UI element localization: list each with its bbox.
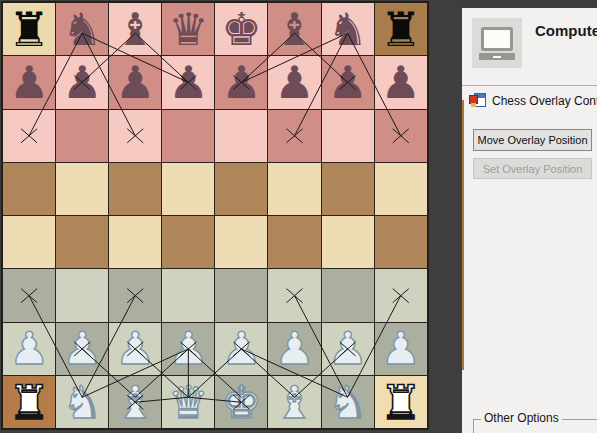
square-c6[interactable] [109, 110, 161, 162]
piece-a7-black-pawn[interactable]: ♟ [9, 60, 49, 105]
square-c1[interactable]: ♝ [109, 376, 161, 428]
square-b2[interactable]: ♟ [56, 323, 108, 375]
square-b1[interactable]: ♞ [56, 376, 108, 428]
square-f8[interactable]: ♝ [268, 3, 320, 55]
square-e2[interactable]: ♟ [215, 323, 267, 375]
square-f1[interactable]: ♝ [268, 376, 320, 428]
piece-h7-black-pawn[interactable]: ♟ [381, 60, 421, 105]
piece-e2-white-pawn[interactable]: ♟ [221, 326, 261, 371]
square-h8[interactable]: ♜ [375, 3, 427, 55]
square-c2[interactable]: ♟ [109, 323, 161, 375]
square-f7[interactable]: ♟ [268, 56, 320, 108]
square-a8[interactable]: ♜ [3, 3, 55, 55]
piece-h1-white-rook[interactable]: ♜ [380, 379, 422, 426]
piece-g2-white-pawn[interactable]: ♟ [327, 326, 367, 371]
piece-c2-white-pawn[interactable]: ♟ [115, 326, 155, 371]
square-g8[interactable]: ♞ [322, 3, 374, 55]
square-a7[interactable]: ♟ [3, 56, 55, 108]
piece-e1-white-king[interactable]: ♚ [221, 380, 261, 425]
piece-f7-black-pawn[interactable]: ♟ [274, 60, 314, 105]
piece-b2-white-pawn[interactable]: ♟ [62, 326, 102, 371]
square-a1[interactable]: ♜ [3, 376, 55, 428]
square-h6[interactable] [375, 110, 427, 162]
square-h7[interactable]: ♟ [375, 56, 427, 108]
square-h3[interactable] [375, 269, 427, 321]
square-e6[interactable] [215, 110, 267, 162]
laptop-screen-icon [481, 27, 513, 51]
piece-a8-black-rook[interactable]: ♜ [8, 6, 50, 53]
piece-d2-white-pawn[interactable]: ♟ [168, 326, 208, 371]
piece-b1-white-knight[interactable]: ♞ [62, 380, 102, 425]
square-d7[interactable]: ♟ [162, 56, 214, 108]
piece-d1-white-queen[interactable]: ♛ [168, 380, 208, 425]
chess-board: ♜♞♝♛♚♝♞♜♟♟♟♟♟♟♟♟♟♟♟♟♟♟♟♟♜♞♝♛♚♝♞♜ [1, 1, 429, 430]
square-e8[interactable]: ♚ [215, 3, 267, 55]
square-a2[interactable]: ♟ [3, 323, 55, 375]
piece-f2-white-pawn[interactable]: ♟ [274, 326, 314, 371]
square-d8[interactable]: ♛ [162, 3, 214, 55]
move-overlay-position-button[interactable]: Move Overlay Position [473, 129, 592, 151]
piece-c8-black-bishop[interactable]: ♝ [115, 7, 155, 52]
winforms-app-icon [469, 92, 485, 108]
square-a6[interactable] [3, 110, 55, 162]
piece-f1-white-bishop[interactable]: ♝ [274, 380, 314, 425]
piece-g8-black-knight[interactable]: ♞ [327, 7, 367, 52]
panel-title: Computer [535, 22, 597, 39]
square-f3[interactable] [268, 269, 320, 321]
square-h4[interactable] [375, 216, 427, 268]
square-a3[interactable] [3, 269, 55, 321]
square-g2[interactable]: ♟ [322, 323, 374, 375]
square-b3[interactable] [56, 269, 108, 321]
square-e7[interactable]: ♟ [215, 56, 267, 108]
piece-g7-black-pawn[interactable]: ♟ [327, 60, 367, 105]
square-h2[interactable]: ♟ [375, 323, 427, 375]
piece-e8-black-king[interactable]: ♚ [221, 7, 261, 52]
piece-c7-black-pawn[interactable]: ♟ [115, 60, 155, 105]
square-b8[interactable]: ♞ [56, 3, 108, 55]
panel-accent-line [462, 100, 464, 370]
square-d1[interactable]: ♛ [162, 376, 214, 428]
square-e3[interactable] [215, 269, 267, 321]
square-g1[interactable]: ♞ [322, 376, 374, 428]
piece-e7-black-pawn[interactable]: ♟ [221, 60, 261, 105]
square-f5[interactable] [268, 163, 320, 215]
square-c7[interactable]: ♟ [109, 56, 161, 108]
square-c5[interactable] [109, 163, 161, 215]
square-b4[interactable] [56, 216, 108, 268]
piece-a1-white-rook[interactable]: ♜ [8, 379, 50, 426]
square-g4[interactable] [322, 216, 374, 268]
square-c3[interactable] [109, 269, 161, 321]
group-top-border [462, 85, 597, 86]
square-c4[interactable] [109, 216, 161, 268]
square-e4[interactable] [215, 216, 267, 268]
set-overlay-position-button[interactable]: Set Overlay Position [473, 158, 592, 179]
square-g5[interactable] [322, 163, 374, 215]
square-b6[interactable] [56, 110, 108, 162]
square-h5[interactable] [375, 163, 427, 215]
piece-b8-black-knight[interactable]: ♞ [62, 7, 102, 52]
square-e5[interactable] [215, 163, 267, 215]
square-h1[interactable]: ♜ [375, 376, 427, 428]
square-d6[interactable] [162, 110, 214, 162]
piece-h2-white-pawn[interactable]: ♟ [381, 326, 421, 371]
square-e1[interactable]: ♚ [215, 376, 267, 428]
piece-d8-black-queen[interactable]: ♛ [168, 7, 208, 52]
laptop-base-icon [479, 53, 515, 60]
control-panel: Computer Chess Overlay Control Move Over… [462, 8, 597, 433]
chess-board-area: ♜♞♝♛♚♝♞♜♟♟♟♟♟♟♟♟♟♟♟♟♟♟♟♟♜♞♝♛♚♝♞♜ [0, 0, 462, 433]
square-f2[interactable]: ♟ [268, 323, 320, 375]
piece-f8-black-bishop[interactable]: ♝ [274, 7, 314, 52]
square-d5[interactable] [162, 163, 214, 215]
other-options-label: Other Options [481, 411, 562, 425]
piece-h8-black-rook[interactable]: ♜ [380, 6, 422, 53]
group-title: Chess Overlay Control [492, 94, 597, 108]
square-g3[interactable] [322, 269, 374, 321]
square-a4[interactable] [3, 216, 55, 268]
square-b7[interactable]: ♟ [56, 56, 108, 108]
square-g6[interactable] [322, 110, 374, 162]
computer-icon [472, 18, 522, 68]
square-f4[interactable] [268, 216, 320, 268]
piece-g1-white-knight[interactable]: ♞ [327, 380, 367, 425]
piece-a2-white-pawn[interactable]: ♟ [9, 326, 49, 371]
square-d4[interactable] [162, 216, 214, 268]
piece-d7-black-pawn[interactable]: ♟ [168, 60, 208, 105]
square-d3[interactable] [162, 269, 214, 321]
square-b5[interactable] [56, 163, 108, 215]
square-d2[interactable]: ♟ [162, 323, 214, 375]
square-f6[interactable] [268, 110, 320, 162]
square-g7[interactable]: ♟ [322, 56, 374, 108]
square-c8[interactable]: ♝ [109, 3, 161, 55]
piece-b7-black-pawn[interactable]: ♟ [62, 60, 102, 105]
square-a5[interactable] [3, 163, 55, 215]
piece-c1-white-bishop[interactable]: ♝ [115, 380, 155, 425]
